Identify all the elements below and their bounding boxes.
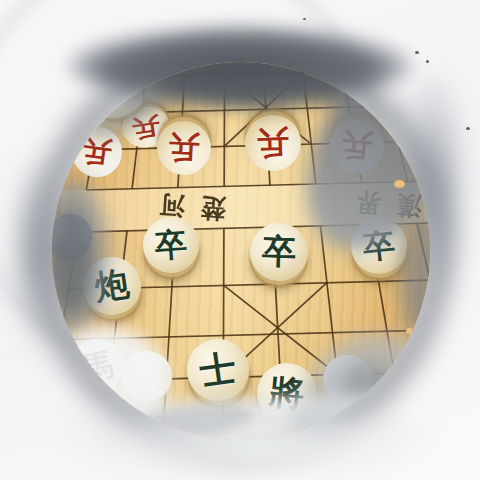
- ink-speck: [466, 127, 470, 130]
- ink-bleed-top-dip: [184, 66, 320, 112]
- ink-blob-left-dark: [52, 210, 92, 314]
- ink-wash-xiangqi-photo: 楚河 漢界 兵兵兵兵兵卒卒卒炮馬士將: [0, 0, 480, 480]
- xiangqi-board[interactable]: 楚河 漢界 兵兵兵兵兵卒卒卒炮馬士將: [52, 62, 430, 440]
- piece-glyph: 卒: [261, 234, 296, 269]
- ink-speck: [415, 51, 419, 54]
- piece-glyph: 兵: [168, 132, 201, 165]
- piece-glyph: 卒: [154, 228, 188, 262]
- ink-speck: [426, 60, 429, 63]
- piece-glyph: 士: [198, 350, 239, 391]
- wood-fragment: [394, 180, 405, 188]
- piece-glyph: 兵: [256, 126, 289, 159]
- ink-speck: [303, 18, 306, 20]
